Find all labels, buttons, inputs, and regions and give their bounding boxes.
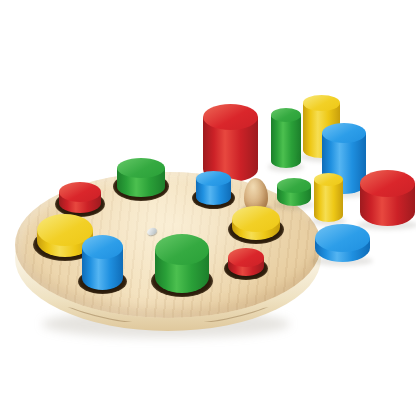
loose-yellow-narrow-cylinder[interactable] xyxy=(314,173,343,222)
cylinder-top-face xyxy=(315,224,370,252)
cylinder-top-face xyxy=(203,104,258,130)
loose-blue-disc-cylinder[interactable] xyxy=(315,224,370,262)
cylinder-side xyxy=(314,180,343,222)
cylinder-top-face xyxy=(303,95,340,111)
cylinder-top-face xyxy=(228,248,264,267)
loose-red-large-cylinder[interactable] xyxy=(360,170,415,226)
board-red-small-cylinder[interactable] xyxy=(228,248,264,276)
cylinder-top-face xyxy=(271,108,301,122)
cylinder-top-face xyxy=(59,182,101,202)
cylinder-top-face xyxy=(232,206,280,232)
cylinder-top-face xyxy=(360,170,415,197)
loose-green-tall-cylinder[interactable] xyxy=(271,108,301,168)
cylinder-side xyxy=(271,115,301,168)
cylinder-top-face xyxy=(322,123,366,143)
cylinder-top-face xyxy=(155,234,209,265)
cylinder-top-face xyxy=(277,178,311,193)
cylinder-top-face xyxy=(314,173,343,186)
board-green-medium-cylinder[interactable] xyxy=(117,158,165,197)
board-blue-small-cylinder[interactable] xyxy=(196,171,231,205)
board-green-large-cylinder[interactable] xyxy=(155,234,209,293)
board-blue-tall-cylinder[interactable] xyxy=(82,235,123,290)
cylinder-top-face xyxy=(82,235,123,259)
board-red-medium-cylinder[interactable] xyxy=(59,182,101,213)
board-yellow-medium-cylinder[interactable] xyxy=(232,206,280,240)
product-photo-stage xyxy=(0,0,416,416)
loose-green-short-cylinder[interactable] xyxy=(277,178,311,206)
cylinder-top-face xyxy=(117,158,165,178)
cylinder-top-face xyxy=(196,171,231,186)
